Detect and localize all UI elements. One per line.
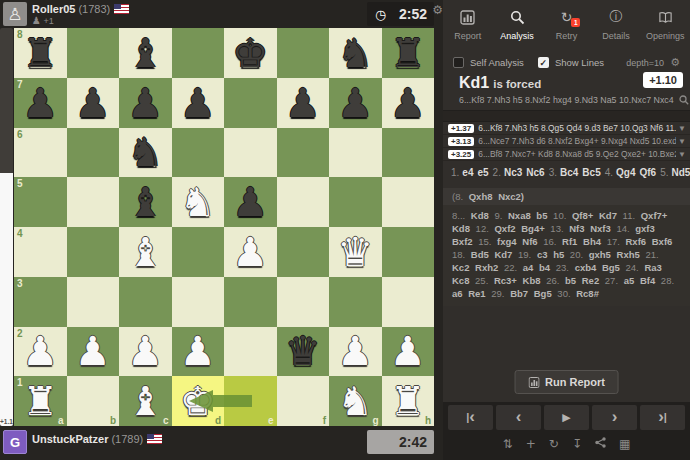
black-pawn-c7[interactable]: ♟: [119, 78, 172, 128]
engine-line-moves: 6...Bf8 7.Nxc7+ Kd8 8.Nxa8 d5 9.Qe2 Qxe2…: [478, 149, 676, 159]
square-e5[interactable]: ♟: [224, 177, 277, 227]
square-h1[interactable]: h♜: [382, 376, 435, 426]
self-analysis-label: Self Analysis: [470, 57, 524, 68]
run-report-button[interactable]: Run Report: [514, 370, 619, 394]
square-f5[interactable]: [277, 177, 330, 227]
variation-move-number[interactable]: 15.: [478, 236, 494, 247]
variation-move[interactable]: Ra3: [644, 262, 661, 273]
variation-move[interactable]: Rf1: [562, 236, 580, 247]
variation-move[interactable]: Bg5: [534, 288, 555, 299]
variation-move[interactable]: a4: [523, 262, 536, 273]
variation-parenthetical: (8. Qxh8 Nxc2): [443, 188, 690, 205]
square-g8[interactable]: ♞: [329, 28, 382, 78]
variation-move[interactable]: Bb7: [510, 288, 531, 299]
square-c1[interactable]: c♝: [119, 376, 172, 426]
variation-move[interactable]: a6: [452, 288, 465, 299]
variation-move-number[interactable]: 11.: [623, 210, 638, 221]
panel-tabs: ReportAnalysis↻Retry1ⓘDetailsOpenings: [443, 0, 690, 54]
square-d7[interactable]: ♟: [172, 78, 225, 128]
forward-button[interactable]: ›: [592, 405, 637, 430]
summary-verdict: is forced: [493, 78, 541, 90]
tab-label: Report: [443, 31, 492, 41]
file-label-c: c: [163, 415, 169, 426]
tab-retry[interactable]: ↻Retry1: [542, 6, 591, 54]
top-captured-pieces: ♟ +1: [32, 15, 54, 26]
tab-analysis[interactable]: Analysis: [492, 6, 541, 54]
eval-bar: +1.10: [0, 28, 13, 426]
white-bishop-c4[interactable]: ♝: [119, 227, 172, 277]
variation-move[interactable]: Qf8+: [572, 210, 596, 221]
report-chart-icon: [528, 377, 539, 388]
play-button[interactable]: ▶: [544, 405, 589, 430]
move-san[interactable]: e4: [462, 167, 473, 178]
engine-eval-badge: +3.25: [448, 150, 474, 159]
black-pawn-b7[interactable]: ♟: [67, 78, 120, 128]
move-list: 1.e4e52.Nc3Nc63.Bc4Bc54.Qg4Qf65.Nd5Qxf2+…: [443, 161, 690, 183]
square-h4[interactable]: [382, 227, 435, 277]
bottom-player-clock: 2:42: [367, 430, 434, 454]
variation-continuation: 8... Kd8 9. Nxa8 b5 10. Qf8+ Kd7 11. Qxf…: [443, 205, 690, 306]
square-g2[interactable]: ♟: [329, 327, 382, 377]
variation-move[interactable]: h5: [553, 249, 567, 260]
square-b6[interactable]: [67, 128, 120, 178]
file-label-h: h: [425, 415, 431, 426]
variation-move[interactable]: Kc2: [452, 262, 472, 273]
top-player-bar: ♙ Roller05(1783) ♟ +1 ◷ 2:52 ⚙: [0, 0, 443, 28]
square-f8[interactable]: [277, 28, 330, 78]
variation-move[interactable]: Rc8#: [576, 288, 599, 299]
square-f6[interactable]: [277, 128, 330, 178]
file-label-a: a: [58, 415, 64, 426]
variation-move[interactable]: Nxa8: [508, 210, 533, 221]
captured-score: +1: [43, 16, 53, 26]
variation-move[interactable]: Kd8: [452, 223, 473, 234]
square-f4[interactable]: [277, 227, 330, 277]
variation-move[interactable]: Re1: [468, 288, 488, 299]
summary-line: 6...Kf8 7.Nh3 h5 8.Nxf2 hxg4 9.Nd3 Na5 1…: [459, 95, 674, 105]
move-san[interactable]: Qg4: [616, 167, 635, 178]
move-number: 2.: [493, 167, 501, 178]
move-san[interactable]: Nc3: [504, 167, 522, 178]
variation-move[interactable]: Rc3+: [494, 275, 520, 286]
skip-to-end-button[interactable]: ›|: [640, 405, 685, 430]
variation-move[interactable]: Bf4: [640, 275, 658, 286]
square-b3[interactable]: [67, 277, 120, 327]
black-knight-g8[interactable]: ♞: [329, 28, 382, 78]
variation-move-number[interactable]: 27.: [605, 275, 621, 286]
square-c3[interactable]: [119, 277, 172, 327]
add-icon[interactable]: +: [526, 437, 536, 451]
variation-move[interactable]: Qxf2: [494, 223, 518, 234]
details-icon: ⓘ: [591, 6, 640, 28]
square-g3[interactable]: [329, 277, 382, 327]
square-g6[interactable]: [329, 128, 382, 178]
bottom-player-rating: (1789): [111, 433, 143, 445]
retry-badge: 1: [571, 18, 580, 27]
variation-move[interactable]: Bh4: [583, 236, 604, 247]
engine-line-3[interactable]: +3.256...Bf8 7.Nxc7+ Kd8 8.Nxa8 d5 9.Qe2…: [443, 148, 690, 161]
square-h6[interactable]: [382, 128, 435, 178]
back-button[interactable]: ‹: [496, 405, 541, 430]
variation-move-number[interactable]: 29.: [491, 288, 507, 299]
square-a2[interactable]: 2♟: [14, 327, 67, 377]
square-d5[interactable]: ♞: [172, 177, 225, 227]
variation-move[interactable]: Kb8: [523, 275, 544, 286]
run-report-label: Run Report: [545, 376, 605, 388]
variation-move[interactable]: b5: [565, 275, 579, 286]
file-label-e: e: [268, 415, 274, 426]
black-pawn-f7[interactable]: ♟: [277, 78, 330, 128]
square-e4[interactable]: ♟: [224, 227, 277, 277]
variation-move[interactable]: Nxf3: [590, 223, 613, 234]
variation-move[interactable]: Bxf2: [452, 236, 475, 247]
top-player-avatar[interactable]: ♙: [3, 2, 27, 26]
engine-line-2[interactable]: +3.136...Nce7 7.Nh3 d6 8.Nxf2 Bxg4+ 9.Nx…: [443, 135, 690, 148]
black-pawn-g7[interactable]: ♟: [329, 78, 382, 128]
square-d8[interactable]: [172, 28, 225, 78]
white-pawn-g2[interactable]: ♟: [329, 327, 382, 377]
square-d2[interactable]: ♟: [172, 327, 225, 377]
top-player-rating: (1783): [78, 3, 110, 15]
file-label-d: d: [215, 415, 221, 426]
file-label-g: g: [372, 415, 378, 426]
variation-move-number[interactable]: 30.: [557, 288, 573, 299]
variation-move[interactable]: Rxh5: [617, 249, 643, 260]
summary-move: Kd1: [459, 74, 489, 91]
white-pawn-c2[interactable]: ♟: [119, 327, 172, 377]
show-lines-checkbox[interactable]: ✓: [538, 57, 549, 68]
variation-move[interactable]: Kc8: [452, 275, 472, 286]
variation-move-number[interactable]: 13.: [550, 223, 566, 234]
square-f7[interactable]: ♟: [277, 78, 330, 128]
square-b1[interactable]: b: [67, 376, 120, 426]
engine-line-moves: 6...Nce7 7.Nh3 d6 8.Nxf2 Bxg4+ 9.Nxg4 Nx…: [478, 136, 676, 146]
move-arrow-head: [189, 390, 213, 412]
variation-move-number[interactable]: 18.: [452, 249, 468, 260]
variation-move[interactable]: Rxh2: [475, 262, 501, 273]
move-navigation-bar: |‹‹▶››|: [443, 402, 690, 430]
variation-move[interactable]: cxb4: [575, 262, 599, 273]
move-summary: Kd1is forced +1.10 6...Kf8 7.Nh3 h5 8.Nx…: [443, 71, 690, 105]
move-san[interactable]: Nd5: [672, 167, 690, 178]
tab-label: Details: [591, 31, 640, 41]
magnifier-icon[interactable]: [679, 95, 689, 105]
square-g5[interactable]: [329, 177, 382, 227]
white-queen-g4[interactable]: ♛: [329, 227, 382, 277]
square-f3[interactable]: [277, 277, 330, 327]
square-c8[interactable]: ♝: [119, 28, 172, 78]
square-e6[interactable]: [224, 128, 277, 178]
move-number: 3.: [549, 167, 557, 178]
square-a1[interactable]: 1a♜: [14, 376, 67, 426]
variation-move-number[interactable]: 8...: [452, 210, 468, 221]
us-flag-icon: [114, 4, 129, 14]
variation-move[interactable]: Rxf6: [626, 236, 649, 247]
variation-move-number[interactable]: 26.: [546, 275, 562, 286]
openings-icon: [641, 6, 690, 28]
square-h3[interactable]: [382, 277, 435, 327]
variation-move[interactable]: a5: [624, 275, 637, 286]
square-e7[interactable]: [224, 78, 277, 128]
variation-move[interactable]: Bg5: [602, 262, 623, 273]
square-f2[interactable]: ♛: [277, 327, 330, 377]
variation-move-number[interactable]: 19.: [518, 249, 534, 260]
square-a8[interactable]: 8♜: [14, 28, 67, 78]
variation-move[interactable]: b5: [536, 210, 550, 221]
variation-move-number[interactable]: (8.: [452, 191, 466, 202]
square-b2[interactable]: ♟: [67, 327, 120, 377]
us-flag-icon: [147, 434, 162, 444]
rank-label-6: 6: [17, 129, 23, 140]
variation-move-number[interactable]: 12.: [476, 223, 492, 234]
square-c4[interactable]: ♝: [119, 227, 172, 277]
chevron-down-icon[interactable]: ▼: [678, 150, 686, 159]
white-pawn-b2[interactable]: ♟: [67, 327, 120, 377]
move-san[interactable]: Nc6: [526, 167, 544, 178]
variation-move[interactable]: Nf3: [569, 223, 587, 234]
square-c5[interactable]: ♝: [119, 177, 172, 227]
square-b4[interactable]: [67, 227, 120, 277]
variation-move-number[interactable]: 21.: [645, 249, 658, 260]
variation-move[interactable]: c3: [537, 249, 550, 260]
tab-report[interactable]: Report: [443, 6, 492, 54]
square-h7[interactable]: ♟: [382, 78, 435, 128]
variation-move-number[interactable]: 22.: [504, 262, 520, 273]
engine-eval-badge: +3.13: [448, 137, 474, 146]
tab-label: Retry: [542, 31, 591, 41]
white-pawn-h2[interactable]: ♟: [382, 327, 435, 377]
self-analysis-checkbox[interactable]: [453, 57, 464, 68]
variation-move[interactable]: Kd8: [471, 210, 492, 221]
show-lines-label: Show Lines: [555, 57, 604, 68]
square-e2[interactable]: [224, 327, 277, 377]
black-bishop-c5[interactable]: ♝: [119, 177, 172, 227]
move-san[interactable]: e5: [477, 167, 488, 178]
file-label-b: b: [110, 415, 116, 426]
variation-move[interactable]: gxh5: [589, 249, 614, 260]
engine-line-1[interactable]: +1.376...Kf8 7.Nh3 h5 8.Qg5 Qd4 9.d3 Be7…: [443, 122, 690, 135]
black-bishop-c8[interactable]: ♝: [119, 28, 172, 78]
square-a4[interactable]: 4: [14, 227, 67, 277]
board-settings-gear-icon[interactable]: ⚙: [432, 3, 443, 17]
square-c6[interactable]: ♞: [119, 128, 172, 178]
reset-icon[interactable]: ↻: [549, 437, 559, 451]
white-knight-d5[interactable]: ♞: [172, 177, 225, 227]
flip-board-icon[interactable]: ⇅: [503, 437, 513, 451]
variation-move-number[interactable]: 28.: [661, 275, 674, 286]
chess-board[interactable]: 8♜♝♚♞♜7♟♟♟♟♟♟♟6♞5♝♞♟4♝♟♛32♟♟♟♟♛♟♟1a♜bc♝d…: [14, 28, 434, 426]
square-a6[interactable]: 6: [14, 128, 67, 178]
square-g4[interactable]: ♛: [329, 227, 382, 277]
variation-move[interactable]: Bg4+: [521, 223, 547, 234]
variation-move[interactable]: Qxf7+: [641, 210, 668, 221]
skip-to-start-button[interactable]: |‹: [448, 405, 493, 430]
variation-move[interactable]: Nxc2): [498, 191, 524, 202]
black-pawn-e5[interactable]: ♟: [224, 177, 277, 227]
variation-move[interactable]: Qxh8: [469, 191, 495, 202]
variation-move[interactable]: Kd7: [599, 210, 620, 221]
analysis-panel: ReportAnalysis↻Retry1ⓘDetailsOpenings Se…: [443, 0, 690, 460]
square-c2[interactable]: ♟: [119, 327, 172, 377]
square-h5[interactable]: [382, 177, 435, 227]
tab-label: Openings: [641, 31, 690, 41]
top-player-name[interactable]: Roller05(1783): [32, 3, 129, 15]
white-pawn-e4[interactable]: ♟: [224, 227, 277, 277]
bottom-player-name[interactable]: UnstuckPatzer(1789): [32, 433, 162, 445]
panel-divider: [443, 110, 690, 122]
move-san[interactable]: Bc5: [582, 167, 600, 178]
engine-line-moves: 6...Kf8 7.Nh3 h5 8.Qg5 Qd4 9.d3 Be7 10.Q…: [478, 123, 676, 133]
variation-move[interactable]: Bd5: [471, 249, 492, 260]
rank-label-7: 7: [17, 79, 23, 90]
bottom-player-bar: G UnstuckPatzer(1789) 2:42: [0, 426, 443, 460]
share-icon[interactable]: [595, 437, 606, 451]
top-clock-time: 2:52: [399, 6, 427, 22]
avatar-letter: G: [10, 435, 20, 450]
black-king-e8[interactable]: ♚: [224, 28, 277, 78]
variation-move-number[interactable]: 20.: [570, 249, 586, 260]
variation-move-number[interactable]: 10.: [553, 210, 569, 221]
variation-move-number[interactable]: 25.: [475, 275, 491, 286]
square-h8[interactable]: ♜: [382, 28, 435, 78]
square-d6[interactable]: [172, 128, 225, 178]
variation-move[interactable]: Nf6: [522, 236, 540, 247]
captured-pawn-icon: ♟: [32, 15, 41, 26]
chevron-down-icon[interactable]: ▼: [678, 124, 686, 133]
top-player-clock: ◷ 2:52: [367, 2, 434, 26]
rank-label-1: 1: [17, 377, 23, 388]
variation-move-number[interactable]: 16.: [543, 236, 559, 247]
square-d4[interactable]: [172, 227, 225, 277]
summary-eval-badge: +1.10: [643, 72, 683, 88]
variation-move-number[interactable]: 24.: [626, 262, 642, 273]
report-icon: [443, 6, 492, 28]
variation-move-number[interactable]: 17.: [607, 236, 623, 247]
rank-label-2: 2: [17, 328, 23, 339]
retry-icon: ↻: [542, 6, 591, 28]
black-queen-f2[interactable]: ♛: [277, 327, 330, 377]
variation-move[interactable]: fxg4: [497, 236, 519, 247]
rank-label-5: 5: [17, 178, 23, 189]
clock-icon: ◷: [375, 7, 386, 22]
tab-label: Analysis: [492, 31, 541, 41]
black-pawn-h7[interactable]: ♟: [382, 78, 435, 128]
variation-move[interactable]: Re2: [582, 275, 602, 286]
engine-eval-badge: +1.37: [448, 124, 474, 133]
variation-move[interactable]: Kd7: [494, 249, 515, 260]
square-e3[interactable]: [224, 277, 277, 327]
square-b7[interactable]: ♟: [67, 78, 120, 128]
variation-move[interactable]: gxf3: [635, 223, 655, 234]
square-e8[interactable]: ♚: [224, 28, 277, 78]
square-f1[interactable]: f: [277, 376, 330, 426]
square-a3[interactable]: 3: [14, 277, 67, 327]
analysis-options: Self Analysis ✓ Show Lines depth=10 ⚙: [443, 54, 690, 71]
analysis-icon: [492, 6, 541, 28]
square-b8[interactable]: [67, 28, 120, 78]
square-a7[interactable]: 7♟: [14, 78, 67, 128]
rank-label-3: 3: [17, 278, 23, 289]
square-b5[interactable]: [67, 177, 120, 227]
engine-lines: +1.376...Kf8 7.Nh3 h5 8.Qg5 Qd4 9.d3 Be7…: [443, 122, 690, 161]
move-number: 4.: [605, 167, 613, 178]
black-pawn-d7[interactable]: ♟: [172, 78, 225, 128]
variation-move-number[interactable]: 14.: [616, 223, 632, 234]
top-player-username: Roller05: [32, 3, 75, 15]
board-editor-icon[interactable]: ▦: [619, 437, 630, 451]
eval-bar-white-section: [0, 173, 13, 426]
move-number: 1.: [451, 167, 459, 178]
depth-indicator: depth=10: [626, 58, 664, 68]
bottom-player-avatar[interactable]: G: [3, 430, 27, 454]
rank-label-8: 8: [17, 29, 23, 40]
panel-bottom-block: |‹‹▶››| ⇅+↻↧▦: [443, 402, 690, 460]
move-arrow-tail: [213, 395, 252, 407]
variation-move-number[interactable]: 9.: [494, 210, 505, 221]
move-san[interactable]: Bc4: [560, 167, 578, 178]
chevron-down-icon[interactable]: ▼: [678, 137, 686, 146]
square-a5[interactable]: 5: [14, 177, 67, 227]
black-rook-h8[interactable]: ♜: [382, 28, 435, 78]
rank-label-4: 4: [17, 228, 23, 239]
file-label-f: f: [323, 415, 326, 426]
variation-move[interactable]: b4: [539, 262, 553, 273]
eval-bar-label: +1.10: [0, 418, 13, 425]
black-knight-c6[interactable]: ♞: [119, 128, 172, 178]
checkmark-icon: ✓: [540, 58, 548, 68]
engine-settings-gear-icon[interactable]: ⚙: [670, 56, 680, 69]
square-d3[interactable]: [172, 277, 225, 327]
bottom-player-username: UnstuckPatzer: [32, 433, 108, 445]
move-san[interactable]: Qf6: [640, 167, 657, 178]
square-h2[interactable]: ♟: [382, 327, 435, 377]
white-pawn-d2[interactable]: ♟: [172, 327, 225, 377]
square-g7[interactable]: ♟: [329, 78, 382, 128]
bottom-clock-time: 2:42: [399, 434, 427, 450]
move-number: 5.: [660, 167, 668, 178]
tab-details[interactable]: ⓘDetails: [591, 6, 640, 54]
download-icon[interactable]: ↧: [572, 437, 582, 451]
variation-move-number[interactable]: 23.: [556, 262, 572, 273]
square-g1[interactable]: g♞: [329, 376, 382, 426]
footer-icons: ⇅+↻↧▦: [443, 430, 690, 458]
variation-move[interactable]: Bxf6: [652, 236, 673, 247]
square-c7[interactable]: ♟: [119, 78, 172, 128]
tab-openings[interactable]: Openings: [641, 6, 690, 54]
